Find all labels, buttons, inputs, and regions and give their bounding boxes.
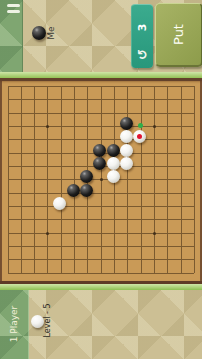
grid-line: [154, 86, 155, 273]
stone: [107, 144, 120, 157]
stone: [107, 170, 120, 183]
me-label: Me: [44, 24, 58, 42]
gomoku-app: Me 3 ↺ Put 1 Player Level - 5: [0, 0, 202, 359]
grid-line: [194, 86, 195, 273]
level-label: Level - 5: [39, 296, 55, 344]
stone: [80, 170, 93, 183]
gomoku-board[interactable]: [0, 81, 202, 281]
stone: [120, 117, 133, 130]
grid-line: [181, 86, 182, 273]
grid-line: [8, 219, 195, 220]
grid-line: [8, 246, 195, 247]
stone: [93, 144, 106, 157]
grid-line: [8, 206, 195, 207]
footer-panel: 1 Player Level - 5: [0, 290, 202, 359]
player-mode-label: 1 Player: [4, 296, 24, 352]
grid-line: [8, 233, 195, 234]
stone: [93, 157, 106, 170]
star-point: [153, 125, 156, 128]
undo-count-badge: 3: [132, 19, 153, 35]
grid-line: [8, 273, 195, 274]
stone: [53, 197, 66, 210]
menu-button[interactable]: [0, 0, 23, 73]
star-point: [100, 178, 103, 181]
grid-line: [8, 259, 195, 260]
star-point: [153, 232, 156, 235]
grid-line: [167, 86, 168, 273]
stone: [120, 144, 133, 157]
put-button-label: Put: [156, 4, 201, 65]
hint-marker: [138, 123, 143, 128]
stone: [120, 157, 133, 170]
undo-arrow-icon: ↺: [132, 45, 153, 63]
put-button[interactable]: Put: [155, 3, 202, 67]
stone: [107, 157, 120, 170]
grid-line: [141, 86, 142, 273]
stone: [67, 184, 80, 197]
stone: [80, 184, 93, 197]
stone: [120, 130, 133, 143]
undo-button[interactable]: 3 ↺: [131, 4, 153, 68]
header-panel: Me 3 ↺ Put: [0, 0, 202, 73]
grid-line: [8, 193, 195, 194]
grid-line: [127, 86, 128, 273]
